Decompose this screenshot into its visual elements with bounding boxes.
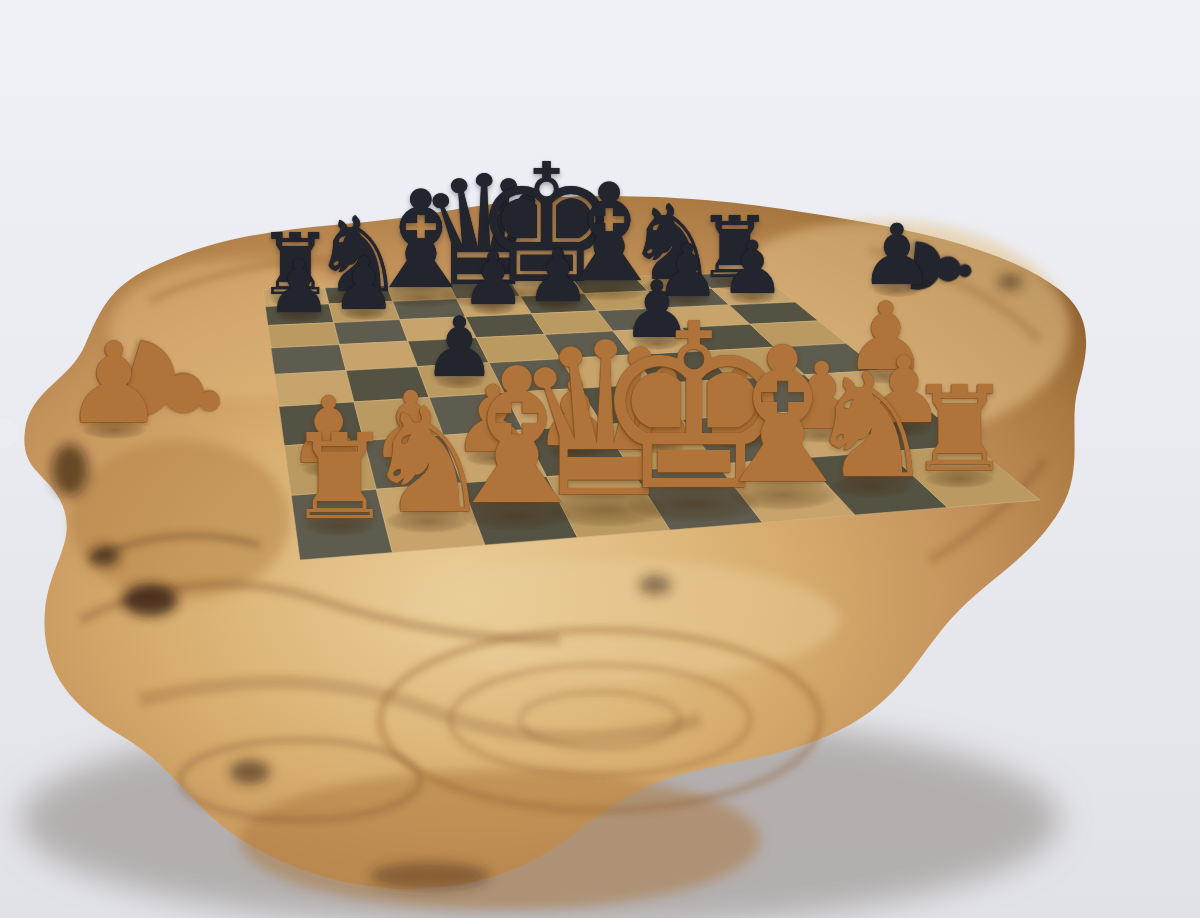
piece-black-pawn-b7[interactable]: ♟: [327, 247, 400, 320]
piece-white-rook-h1[interactable]: ♜: [901, 370, 1019, 488]
photo-scene: ♜♞♝♛♚♝♞♜♟♟♟♟♟♟♟♟♟♟♟♟♟♟♟♟♜♞♝♛♚♝♞♜♟♟♟♟♟: [0, 0, 1200, 918]
piece-white-pawn-standing[interactable]: ♟: [58, 327, 170, 439]
piece-layer: ♜♞♝♛♚♝♞♜♟♟♟♟♟♟♟♟♟♟♟♟♟♟♟♟♜♞♝♛♚♝♞♜♟♟♟♟♟: [0, 0, 1200, 918]
piece-black-pawn-a7[interactable]: ♟: [262, 250, 335, 323]
